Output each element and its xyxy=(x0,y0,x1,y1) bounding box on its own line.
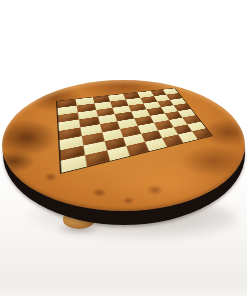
product-photo xyxy=(0,0,247,296)
